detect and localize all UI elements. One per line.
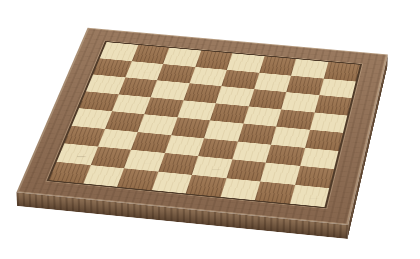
black-knight-icon: ♞: [257, 159, 292, 198]
square-d3: [216, 86, 254, 106]
black-rook-icon: ♜: [54, 143, 85, 177]
black-knight-icon: ♞: [86, 142, 120, 180]
square-d4: [210, 103, 248, 123]
chess-board: ♜♞♝♚♛♝♞♜♟♟♟♟♟♟♟♟♟♟♟♟♟♟♟♟♜♞♝♚♛♝♞♜: [16, 27, 387, 224]
black-bishop-icon: ♝: [221, 153, 257, 194]
black-rook-icon: ♜: [293, 166, 324, 201]
chess-set-photo: ♜♞♝♚♛♝♞♜♟♟♟♟♟♟♟♟♟♟♟♟♟♟♟♟♜♞♝♚♛♝♞♜: [0, 0, 420, 259]
black-queen-icon: ♛: [185, 145, 226, 191]
